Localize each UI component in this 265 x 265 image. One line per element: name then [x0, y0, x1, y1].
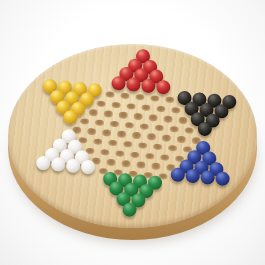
hole[interactable]: [150, 95, 160, 102]
marble-blue[interactable]: [170, 167, 185, 182]
board-cell: [80, 164, 96, 175]
hole[interactable]: [145, 152, 155, 159]
hole[interactable]: [110, 120, 120, 127]
board-cell: [214, 176, 230, 187]
hole[interactable]: [131, 132, 141, 139]
marble-blue[interactable]: [215, 171, 230, 186]
hole[interactable]: [115, 150, 125, 157]
hole[interactable]: [108, 140, 118, 147]
hole[interactable]: [156, 105, 166, 112]
hole[interactable]: [133, 113, 143, 120]
hole[interactable]: [96, 100, 106, 107]
board-cell: [50, 162, 66, 173]
hole[interactable]: [105, 91, 115, 98]
board-cell: [62, 115, 78, 126]
marble-red[interactable]: [110, 75, 125, 90]
hole[interactable]: [135, 94, 145, 101]
hole[interactable]: [101, 129, 111, 136]
marble-blue[interactable]: [185, 169, 200, 184]
hole[interactable]: [176, 136, 186, 143]
marble-white[interactable]: [81, 159, 96, 174]
hole[interactable]: [153, 143, 163, 150]
hole[interactable]: [95, 119, 105, 126]
board-cell: [170, 172, 186, 183]
board-cell: [185, 174, 201, 185]
hole[interactable]: [80, 118, 90, 125]
marble-white[interactable]: [36, 156, 51, 171]
hole[interactable]: [171, 107, 181, 114]
board-cell: [35, 161, 51, 172]
hole[interactable]: [111, 101, 121, 108]
hole[interactable]: [116, 131, 126, 138]
hole[interactable]: [140, 123, 150, 130]
hole[interactable]: [165, 96, 175, 103]
hole[interactable]: [93, 138, 103, 145]
marble-red[interactable]: [140, 78, 155, 93]
hole[interactable]: [138, 142, 148, 149]
hole[interactable]: [136, 161, 146, 168]
hole[interactable]: [155, 124, 165, 131]
marble-black[interactable]: [197, 122, 212, 137]
board-cell: [200, 175, 216, 186]
hole[interactable]: [148, 114, 158, 121]
hole[interactable]: [106, 159, 116, 166]
marble-yellow[interactable]: [62, 110, 77, 125]
hole[interactable]: [163, 115, 173, 122]
hole[interactable]: [184, 127, 194, 134]
marble-blue[interactable]: [200, 170, 215, 185]
hole[interactable]: [123, 141, 133, 148]
hole[interactable]: [86, 128, 96, 135]
hole[interactable]: [161, 135, 171, 142]
marble-red[interactable]: [155, 79, 170, 94]
hole[interactable]: [121, 160, 131, 167]
hole[interactable]: [118, 112, 128, 119]
star-grid: [31, 46, 241, 226]
marble-white[interactable]: [51, 157, 66, 172]
hole[interactable]: [120, 92, 130, 99]
hole[interactable]: [146, 133, 156, 140]
hole[interactable]: [88, 109, 98, 116]
board-cell: [121, 207, 137, 218]
chinese-checkers-scene: [0, 0, 265, 265]
hole[interactable]: [168, 145, 178, 152]
hole[interactable]: [103, 110, 113, 117]
hole[interactable]: [125, 122, 135, 129]
marble-red[interactable]: [125, 77, 140, 92]
hole[interactable]: [151, 163, 161, 170]
hole[interactable]: [100, 148, 110, 155]
hole[interactable]: [141, 104, 151, 111]
hole[interactable]: [159, 154, 169, 161]
hole[interactable]: [169, 126, 179, 133]
marble-white[interactable]: [66, 158, 81, 173]
hole[interactable]: [178, 117, 188, 124]
hole[interactable]: [126, 103, 136, 110]
board-cell: [65, 163, 81, 174]
hole[interactable]: [130, 151, 140, 158]
